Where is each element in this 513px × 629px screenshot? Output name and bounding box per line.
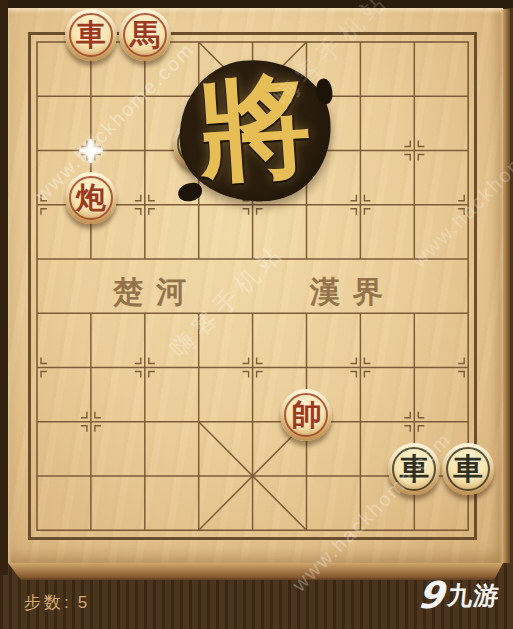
piece-red-general[interactable]: 帥 <box>280 389 332 441</box>
xiangqi-game-screen: 楚河 漢界 車馬將炮帥車車 將 www.hackhome.com 嗨客手机站 w… <box>0 0 513 629</box>
piece-character: 馬 <box>130 20 160 50</box>
jiuyou-logo-mark: 9 <box>416 577 446 614</box>
xiangqi-board[interactable]: 楚河 漢界 車馬將炮帥車車 將 <box>8 8 503 563</box>
piece-black-chariot[interactable]: 車 <box>388 443 440 495</box>
piece-red-horse[interactable]: 馬 <box>119 9 171 61</box>
step-counter-value: 5 <box>78 593 87 612</box>
board-right-edge <box>503 9 510 563</box>
piece-red-cannon[interactable]: 炮 <box>65 172 117 224</box>
check-character: 將 <box>195 69 315 189</box>
jiuyou-logo-text: 九游 <box>446 579 501 612</box>
jiuyou-logo: 9 九游 <box>416 577 502 614</box>
piece-character: 帥 <box>291 400 321 430</box>
piece-black-chariot[interactable]: 車 <box>442 443 494 495</box>
piece-character: 炮 <box>76 183 106 213</box>
piece-red-chariot[interactable]: 車 <box>65 9 117 61</box>
step-counter: 步数:5 <box>24 591 87 614</box>
piece-character: 車 <box>453 454 483 484</box>
step-counter-label: 步数: <box>24 593 72 612</box>
piece-character: 車 <box>399 454 429 484</box>
piece-character: 車 <box>76 20 106 50</box>
